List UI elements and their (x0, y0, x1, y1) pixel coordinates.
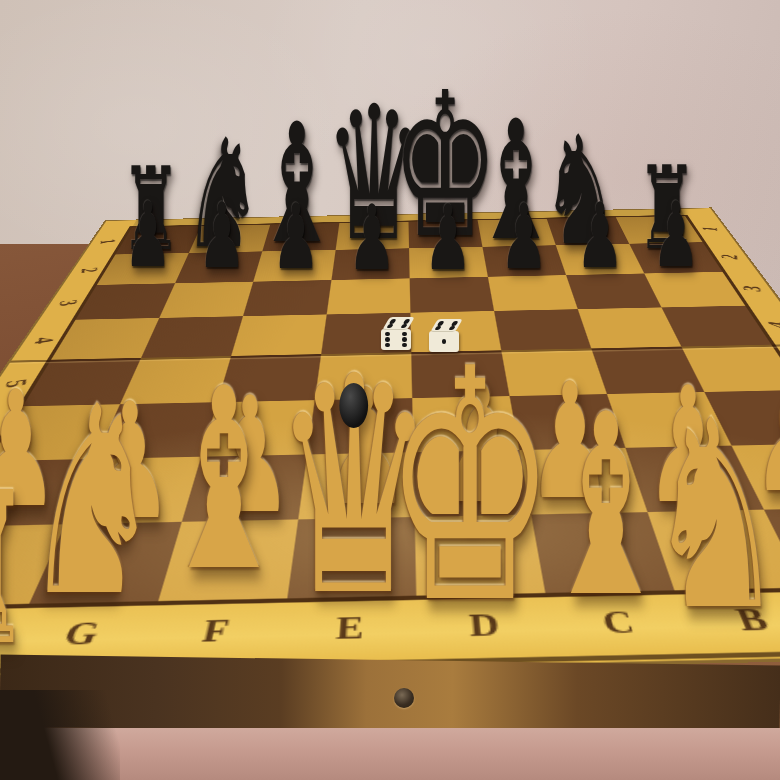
square-f6 (201, 400, 315, 457)
square-g1 (189, 225, 270, 253)
board-clasp-latch (394, 688, 414, 708)
square-e2 (331, 248, 409, 280)
file-label-e: E (335, 610, 365, 649)
board-grid (0, 216, 780, 607)
square-c3 (488, 275, 578, 311)
square-f4 (231, 314, 327, 356)
square-e7 (298, 452, 414, 519)
file-label-f: F (199, 612, 233, 651)
file-label-c: C (599, 604, 639, 642)
file-label-g: G (58, 615, 105, 654)
square-e1 (336, 222, 409, 250)
square-c5 (501, 348, 607, 396)
square-b1 (547, 217, 629, 245)
square-f7 (182, 454, 307, 521)
square-d5 (411, 350, 509, 398)
square-d8 (415, 515, 546, 596)
square-e3 (327, 278, 411, 314)
square-e4 (321, 313, 411, 354)
square-c2 (482, 245, 566, 277)
table-corner-shadow (0, 690, 120, 780)
square-d7 (413, 450, 531, 517)
file-label-d: D (468, 607, 502, 646)
square-c4 (494, 309, 591, 350)
square-d2 (409, 247, 488, 279)
file-label-b: B (731, 601, 775, 639)
square-d3 (410, 277, 494, 313)
square-g3 (159, 282, 253, 318)
square-f3 (243, 280, 331, 316)
square-c1 (478, 219, 556, 247)
square-d6 (412, 396, 519, 452)
square-c6 (510, 394, 626, 450)
square-f1 (262, 223, 339, 251)
square-d1 (408, 220, 482, 248)
square-g2 (175, 251, 262, 283)
board-plane: HGFEDCBA 1122334455667788 (0, 208, 780, 679)
photo-scene: HGFEDCBA 1122334455667788 ♜♞♝♛♚♝♞♜♟♟♟♟♟♟… (0, 0, 780, 780)
square-e5 (315, 352, 412, 400)
square-f8 (158, 519, 298, 601)
square-e8 (287, 517, 416, 598)
square-g4 (141, 316, 243, 358)
square-f5 (217, 354, 321, 402)
square-d4 (410, 311, 501, 352)
square-e6 (307, 398, 413, 454)
square-f2 (253, 250, 335, 282)
